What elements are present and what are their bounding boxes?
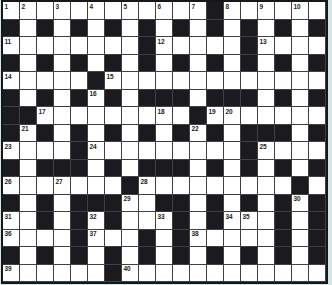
white-cell[interactable]	[258, 90, 275, 108]
white-cell[interactable]: 22	[190, 125, 207, 143]
black-cell	[37, 55, 54, 73]
white-cell[interactable]	[20, 55, 37, 73]
clue-number-1: 1	[5, 3, 8, 10]
white-cell[interactable]	[207, 265, 224, 283]
white-cell[interactable]	[54, 142, 71, 160]
white-cell[interactable]	[190, 160, 207, 178]
white-cell[interactable]	[88, 265, 105, 283]
white-cell[interactable]	[241, 107, 258, 125]
white-cell[interactable]	[207, 142, 224, 160]
white-cell[interactable]: 29	[122, 195, 139, 213]
black-cell	[105, 125, 122, 143]
white-cell[interactable]	[224, 160, 241, 178]
white-cell[interactable]	[139, 265, 156, 283]
white-cell[interactable]	[224, 265, 241, 283]
black-cell	[139, 160, 156, 178]
black-cell	[71, 125, 88, 143]
white-cell[interactable]	[54, 230, 71, 248]
white-cell[interactable]	[71, 37, 88, 55]
clue-number-23: 23	[5, 143, 12, 150]
black-cell	[275, 247, 292, 265]
white-cell[interactable]	[241, 265, 258, 283]
black-cell	[3, 90, 20, 108]
black-cell	[207, 55, 224, 73]
white-cell[interactable]	[173, 72, 190, 90]
white-cell[interactable]: 12	[156, 37, 173, 55]
white-cell[interactable]: 26	[3, 177, 20, 195]
white-cell[interactable]	[173, 37, 190, 55]
black-cell	[71, 160, 88, 178]
clue-number-8: 8	[226, 3, 229, 10]
black-cell	[105, 212, 122, 230]
white-cell[interactable]	[88, 107, 105, 125]
white-cell[interactable]	[241, 2, 258, 20]
black-cell	[3, 160, 20, 178]
white-cell[interactable]: 18	[156, 107, 173, 125]
clue-number-40: 40	[124, 265, 131, 272]
white-cell[interactable]	[156, 125, 173, 143]
black-cell	[37, 247, 54, 265]
white-cell[interactable]	[37, 230, 54, 248]
white-cell[interactable]	[156, 265, 173, 283]
white-cell[interactable]	[105, 230, 122, 248]
white-cell[interactable]	[309, 107, 326, 125]
white-cell[interactable]	[292, 125, 309, 143]
black-cell	[309, 247, 326, 265]
white-cell[interactable]	[20, 37, 37, 55]
white-cell[interactable]	[292, 247, 309, 265]
black-cell	[241, 195, 258, 213]
white-cell[interactable]	[122, 160, 139, 178]
white-cell[interactable]	[292, 90, 309, 108]
black-cell	[207, 160, 224, 178]
black-cell	[156, 90, 173, 108]
clue-number-5: 5	[124, 3, 127, 10]
white-cell[interactable]	[190, 20, 207, 38]
clue-number-6: 6	[158, 3, 161, 10]
white-cell[interactable]	[105, 142, 122, 160]
white-cell[interactable]: 31	[3, 212, 20, 230]
white-cell[interactable]	[20, 20, 37, 38]
black-cell	[54, 160, 71, 178]
clue-number-19: 19	[209, 108, 216, 115]
white-cell[interactable]: 37	[88, 230, 105, 248]
white-cell[interactable]	[20, 90, 37, 108]
black-cell	[37, 212, 54, 230]
white-cell[interactable]	[190, 195, 207, 213]
white-cell[interactable]	[54, 195, 71, 213]
black-cell	[190, 107, 207, 125]
white-cell[interactable]	[122, 90, 139, 108]
crossword-grid: 1234567891011121314151617181920212223242…	[1, 0, 328, 284]
white-cell[interactable]: 16	[88, 90, 105, 108]
black-cell	[71, 142, 88, 160]
white-cell[interactable]	[139, 72, 156, 90]
white-cell[interactable]	[190, 247, 207, 265]
white-cell[interactable]: 10	[292, 2, 309, 20]
black-cell	[105, 247, 122, 265]
white-cell[interactable]	[309, 177, 326, 195]
black-cell	[71, 55, 88, 73]
white-cell[interactable]	[122, 20, 139, 38]
white-cell[interactable]	[258, 55, 275, 73]
white-cell[interactable]	[224, 20, 241, 38]
white-cell[interactable]	[54, 20, 71, 38]
white-cell[interactable]	[37, 142, 54, 160]
black-cell	[71, 90, 88, 108]
white-cell[interactable]	[54, 72, 71, 90]
black-cell	[105, 20, 122, 38]
clue-number-22: 22	[192, 125, 199, 132]
white-cell[interactable]: 5	[122, 2, 139, 20]
white-cell[interactable]	[37, 37, 54, 55]
white-cell[interactable]	[275, 2, 292, 20]
white-cell[interactable]	[71, 2, 88, 20]
white-cell[interactable]	[54, 90, 71, 108]
white-cell[interactable]	[258, 72, 275, 90]
black-cell	[3, 195, 20, 213]
white-cell[interactable]	[241, 177, 258, 195]
black-cell	[173, 20, 190, 38]
clue-number-32: 32	[90, 213, 97, 220]
black-cell	[275, 20, 292, 38]
white-cell[interactable]: 36	[3, 230, 20, 248]
black-cell	[139, 55, 156, 73]
black-cell	[241, 55, 258, 73]
white-cell[interactable]	[309, 37, 326, 55]
white-cell[interactable]	[54, 125, 71, 143]
black-cell	[88, 72, 105, 90]
white-cell[interactable]	[156, 142, 173, 160]
white-cell[interactable]	[139, 2, 156, 20]
white-cell[interactable]	[207, 177, 224, 195]
white-cell[interactable]	[224, 37, 241, 55]
white-cell[interactable]	[71, 72, 88, 90]
white-cell[interactable]	[224, 142, 241, 160]
white-cell[interactable]	[122, 107, 139, 125]
white-cell[interactable]	[190, 142, 207, 160]
white-cell[interactable]	[190, 55, 207, 73]
white-cell[interactable]	[122, 37, 139, 55]
white-cell[interactable]	[258, 265, 275, 283]
page-background: { "game": "crossword", "board": { "rows"…	[0, 0, 332, 285]
white-cell[interactable]: 28	[139, 177, 156, 195]
black-cell	[207, 90, 224, 108]
white-cell[interactable]: 4	[88, 2, 105, 20]
black-cell	[105, 265, 122, 283]
white-cell[interactable]	[139, 212, 156, 230]
white-cell[interactable]	[122, 247, 139, 265]
clue-number-4: 4	[90, 3, 93, 10]
white-cell[interactable]	[258, 160, 275, 178]
clue-number-12: 12	[158, 38, 165, 45]
white-cell[interactable]	[20, 177, 37, 195]
white-cell[interactable]	[190, 265, 207, 283]
white-cell[interactable]	[190, 72, 207, 90]
white-cell[interactable]	[275, 37, 292, 55]
clue-number-33: 33	[158, 213, 165, 220]
white-cell[interactable]: 20	[224, 107, 241, 125]
white-cell[interactable]	[105, 107, 122, 125]
white-cell[interactable]: 23	[3, 142, 20, 160]
white-cell[interactable]	[156, 177, 173, 195]
white-cell[interactable]	[156, 247, 173, 265]
white-cell[interactable]	[20, 212, 37, 230]
white-cell[interactable]	[292, 55, 309, 73]
white-cell[interactable]	[292, 107, 309, 125]
black-cell	[309, 125, 326, 143]
white-cell[interactable]	[54, 212, 71, 230]
white-cell[interactable]: 30	[292, 195, 309, 213]
clue-number-34: 34	[226, 213, 233, 220]
white-cell[interactable]	[173, 177, 190, 195]
white-cell[interactable]	[241, 230, 258, 248]
white-cell[interactable]	[139, 107, 156, 125]
white-cell[interactable]	[156, 72, 173, 90]
clue-number-25: 25	[260, 143, 267, 150]
white-cell[interactable]: 39	[3, 265, 20, 283]
white-cell[interactable]	[224, 230, 241, 248]
white-cell[interactable]: 21	[20, 125, 37, 143]
white-cell[interactable]	[207, 230, 224, 248]
white-cell[interactable]: 13	[258, 37, 275, 55]
white-cell[interactable]: 6	[156, 2, 173, 20]
white-cell[interactable]	[241, 72, 258, 90]
white-cell[interactable]	[71, 107, 88, 125]
black-cell	[156, 160, 173, 178]
white-cell[interactable]	[275, 107, 292, 125]
clue-number-15: 15	[107, 73, 114, 80]
white-cell[interactable]	[309, 142, 326, 160]
white-cell[interactable]: 8	[224, 2, 241, 20]
white-cell[interactable]: 2	[20, 2, 37, 20]
white-cell[interactable]	[20, 142, 37, 160]
white-cell[interactable]	[258, 107, 275, 125]
white-cell[interactable]	[122, 125, 139, 143]
white-cell[interactable]	[309, 265, 326, 283]
white-cell[interactable]	[54, 37, 71, 55]
black-cell	[71, 247, 88, 265]
black-cell	[309, 20, 326, 38]
black-cell	[241, 20, 258, 38]
white-cell[interactable]	[224, 195, 241, 213]
white-cell[interactable]	[20, 265, 37, 283]
white-cell[interactable]	[37, 265, 54, 283]
black-cell	[37, 90, 54, 108]
white-cell[interactable]	[88, 55, 105, 73]
black-cell	[139, 20, 156, 38]
white-cell[interactable]: 3	[54, 2, 71, 20]
clue-number-35: 35	[243, 213, 250, 220]
white-cell[interactable]	[88, 247, 105, 265]
white-cell[interactable]	[309, 72, 326, 90]
black-cell	[207, 212, 224, 230]
white-cell[interactable]	[156, 230, 173, 248]
black-cell	[173, 230, 190, 248]
black-cell	[105, 195, 122, 213]
black-cell	[3, 107, 20, 125]
white-cell[interactable]	[292, 142, 309, 160]
black-cell	[3, 247, 20, 265]
white-cell[interactable]: 27	[54, 177, 71, 195]
black-cell	[88, 195, 105, 213]
black-cell	[292, 177, 309, 195]
white-cell[interactable]	[292, 37, 309, 55]
white-cell[interactable]	[139, 142, 156, 160]
white-cell[interactable]: 9	[258, 2, 275, 20]
clue-number-16: 16	[90, 90, 97, 97]
clue-number-13: 13	[260, 38, 267, 45]
black-cell	[275, 160, 292, 178]
clue-number-14: 14	[5, 73, 12, 80]
white-cell[interactable]: 1	[3, 2, 20, 20]
black-cell	[139, 230, 156, 248]
white-cell[interactable]: 7	[190, 2, 207, 20]
white-cell[interactable]	[88, 160, 105, 178]
white-cell[interactable]: 40	[122, 265, 139, 283]
black-cell	[207, 195, 224, 213]
white-cell[interactable]	[173, 142, 190, 160]
clue-number-9: 9	[260, 3, 263, 10]
clue-number-28: 28	[141, 178, 148, 185]
white-cell[interactable]	[88, 177, 105, 195]
white-cell[interactable]	[20, 72, 37, 90]
black-cell	[71, 195, 88, 213]
white-cell[interactable]	[258, 247, 275, 265]
white-cell[interactable]	[173, 265, 190, 283]
white-cell[interactable]	[54, 55, 71, 73]
white-cell[interactable]: 32	[88, 212, 105, 230]
white-cell[interactable]	[122, 212, 139, 230]
black-cell	[275, 230, 292, 248]
clue-number-27: 27	[56, 178, 63, 185]
white-cell[interactable]	[54, 107, 71, 125]
white-cell[interactable]	[122, 142, 139, 160]
white-cell[interactable]: 14	[3, 72, 20, 90]
white-cell[interactable]: 19	[207, 107, 224, 125]
black-cell	[156, 195, 173, 213]
white-cell[interactable]	[224, 247, 241, 265]
white-cell[interactable]: 33	[156, 212, 173, 230]
white-cell[interactable]	[105, 2, 122, 20]
black-cell	[309, 90, 326, 108]
white-cell[interactable]: 15	[105, 72, 122, 90]
black-cell	[275, 55, 292, 73]
white-cell[interactable]	[275, 265, 292, 283]
black-cell	[275, 195, 292, 213]
white-cell[interactable]: 38	[190, 230, 207, 248]
white-cell[interactable]	[20, 195, 37, 213]
white-cell[interactable]	[275, 72, 292, 90]
black-cell	[105, 55, 122, 73]
black-cell	[139, 37, 156, 55]
white-cell[interactable]	[105, 37, 122, 55]
white-cell[interactable]	[37, 2, 54, 20]
white-cell[interactable]	[190, 90, 207, 108]
black-cell	[241, 125, 258, 143]
white-cell[interactable]	[292, 72, 309, 90]
white-cell[interactable]	[258, 230, 275, 248]
white-cell[interactable]	[54, 265, 71, 283]
black-cell	[139, 90, 156, 108]
black-cell	[207, 20, 224, 38]
white-cell[interactable]	[122, 55, 139, 73]
white-cell[interactable]	[20, 230, 37, 248]
black-cell	[173, 90, 190, 108]
white-cell[interactable]	[156, 55, 173, 73]
black-cell	[309, 55, 326, 73]
white-cell[interactable]	[224, 177, 241, 195]
clue-number-7: 7	[192, 3, 195, 10]
white-cell[interactable]	[88, 125, 105, 143]
white-cell[interactable]	[258, 177, 275, 195]
clue-number-39: 39	[5, 265, 12, 272]
white-cell[interactable]	[258, 195, 275, 213]
black-cell	[37, 160, 54, 178]
black-cell	[71, 212, 88, 230]
white-cell[interactable]	[88, 20, 105, 38]
crossword-board: 1234567891011121314151617181920212223242…	[1, 0, 328, 284]
white-cell[interactable]: 24	[88, 142, 105, 160]
white-cell[interactable]	[258, 212, 275, 230]
black-cell	[258, 125, 275, 143]
white-cell[interactable]	[88, 37, 105, 55]
white-cell[interactable]: 25	[258, 142, 275, 160]
white-cell[interactable]	[309, 2, 326, 20]
white-cell[interactable]	[20, 160, 37, 178]
white-cell[interactable]	[173, 107, 190, 125]
white-cell[interactable]	[190, 37, 207, 55]
black-cell	[3, 125, 20, 143]
white-cell[interactable]	[122, 72, 139, 90]
white-cell[interactable]	[292, 160, 309, 178]
clue-number-38: 38	[192, 230, 199, 237]
white-cell[interactable]	[37, 177, 54, 195]
white-cell[interactable]: 35	[241, 212, 258, 230]
white-cell[interactable]	[292, 230, 309, 248]
white-cell[interactable]	[71, 265, 88, 283]
white-cell[interactable]	[190, 212, 207, 230]
white-cell[interactable]	[224, 55, 241, 73]
white-cell[interactable]	[190, 177, 207, 195]
white-cell[interactable]: 17	[37, 107, 54, 125]
black-cell	[37, 125, 54, 143]
white-cell[interactable]: 11	[3, 37, 20, 55]
white-cell[interactable]	[173, 2, 190, 20]
white-cell[interactable]	[54, 247, 71, 265]
white-cell[interactable]	[156, 20, 173, 38]
white-cell[interactable]	[224, 72, 241, 90]
white-cell[interactable]	[20, 247, 37, 265]
white-cell[interactable]	[224, 125, 241, 143]
white-cell[interactable]	[105, 177, 122, 195]
clue-number-17: 17	[39, 108, 46, 115]
white-cell[interactable]	[275, 142, 292, 160]
white-cell[interactable]	[207, 72, 224, 90]
white-cell[interactable]	[207, 37, 224, 55]
white-cell[interactable]	[292, 20, 309, 38]
white-cell[interactable]	[258, 20, 275, 38]
white-cell[interactable]	[122, 230, 139, 248]
white-cell[interactable]	[71, 177, 88, 195]
black-cell	[3, 20, 20, 38]
white-cell[interactable]	[292, 265, 309, 283]
white-cell[interactable]	[139, 195, 156, 213]
white-cell[interactable]	[292, 212, 309, 230]
white-cell[interactable]: 34	[224, 212, 241, 230]
white-cell[interactable]	[37, 72, 54, 90]
white-cell[interactable]	[275, 177, 292, 195]
